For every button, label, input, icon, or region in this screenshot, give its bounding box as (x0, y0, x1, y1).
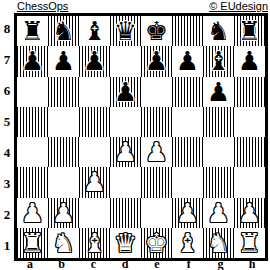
square-b3 (48, 167, 79, 197)
square-h6 (234, 77, 265, 107)
white-bishop: ♝ (176, 230, 199, 256)
file-label-h: h (236, 259, 268, 270)
black-knight: ♞ (207, 18, 230, 44)
square-a6 (17, 77, 48, 107)
square-e4: ♟ (141, 137, 172, 167)
square-d3 (110, 167, 141, 197)
square-h8: ♜ (234, 16, 265, 46)
black-pawn: ♟ (238, 48, 261, 74)
square-a4 (17, 137, 48, 167)
file-label-a: a (14, 259, 46, 270)
white-knight: ♞ (207, 230, 230, 256)
black-bishop: ♝ (83, 18, 106, 44)
square-d6: ♟ (110, 77, 141, 107)
rank-label-1: 1 (0, 230, 14, 261)
rank-label-2: 2 (0, 199, 14, 230)
rank-labels: 87654321 (0, 13, 14, 261)
square-f5 (172, 107, 203, 137)
square-g1: ♞ (203, 228, 234, 258)
square-h1: ♜ (234, 228, 265, 258)
black-pawn: ♟ (52, 48, 75, 74)
square-f3 (172, 167, 203, 197)
square-h5 (234, 107, 265, 137)
white-queen: ♛ (114, 230, 137, 256)
black-queen: ♛ (114, 18, 137, 44)
black-pawn: ♟ (114, 79, 137, 105)
rank-label-3: 3 (0, 168, 14, 199)
chess-board: ♜♞♝♛♚♞♜♟♟♟♟♟♝♟♟♟♟♟♟♟♟♟♟♟♜♞♝♛♚♝♞♜ (14, 13, 268, 261)
square-b1: ♞ (48, 228, 79, 258)
white-pawn: ♟ (145, 139, 168, 165)
rank-label-8: 8 (0, 13, 14, 44)
square-c5 (79, 107, 110, 137)
black-king: ♚ (145, 18, 168, 44)
square-b2: ♟ (48, 198, 79, 228)
square-f1: ♝ (172, 228, 203, 258)
eudesign-credit-link[interactable]: © EUdesign (209, 0, 268, 13)
square-a8: ♜ (17, 16, 48, 46)
square-e6 (141, 77, 172, 107)
square-c1: ♝ (79, 228, 110, 258)
square-g6: ♟ (203, 77, 234, 107)
black-bishop: ♝ (207, 48, 230, 74)
square-e3 (141, 167, 172, 197)
black-pawn: ♟ (145, 48, 168, 74)
white-pawn: ♟ (52, 200, 75, 226)
white-knight: ♞ (52, 230, 75, 256)
square-a3 (17, 167, 48, 197)
square-e1: ♚ (141, 228, 172, 258)
square-f8 (172, 16, 203, 46)
white-pawn: ♟ (176, 200, 199, 226)
white-bishop: ♝ (83, 230, 106, 256)
white-pawn: ♟ (21, 200, 44, 226)
file-label-d: d (109, 259, 141, 270)
black-pawn: ♟ (176, 48, 199, 74)
black-pawn: ♟ (83, 48, 106, 74)
square-h4 (234, 137, 265, 167)
black-rook: ♜ (21, 18, 44, 44)
white-king: ♚ (145, 230, 168, 256)
square-g2: ♟ (203, 198, 234, 228)
white-pawn: ♟ (207, 200, 230, 226)
square-h7: ♟ (234, 46, 265, 76)
square-d4: ♟ (110, 137, 141, 167)
square-e7: ♟ (141, 46, 172, 76)
square-a1: ♜ (17, 228, 48, 258)
square-g3 (203, 167, 234, 197)
square-f7: ♟ (172, 46, 203, 76)
file-label-f: f (173, 259, 205, 270)
square-f4 (172, 137, 203, 167)
square-c2 (79, 198, 110, 228)
file-label-b: b (46, 259, 78, 270)
square-g7: ♝ (203, 46, 234, 76)
square-c8: ♝ (79, 16, 110, 46)
rank-label-5: 5 (0, 106, 14, 137)
square-g8: ♞ (203, 16, 234, 46)
square-e8: ♚ (141, 16, 172, 46)
square-f6 (172, 77, 203, 107)
square-c4 (79, 137, 110, 167)
square-g5 (203, 107, 234, 137)
white-pawn: ♟ (238, 200, 261, 226)
file-label-c: c (78, 259, 110, 270)
black-pawn: ♟ (21, 48, 44, 74)
square-h3 (234, 167, 265, 197)
file-label-e: e (141, 259, 173, 270)
square-a7: ♟ (17, 46, 48, 76)
white-pawn: ♟ (83, 169, 106, 195)
black-rook: ♜ (238, 18, 261, 44)
square-a5 (17, 107, 48, 137)
square-g4 (203, 137, 234, 167)
square-d7 (110, 46, 141, 76)
square-c6 (79, 77, 110, 107)
chessops-diagram: ChessOps © EUdesign 87654321 ♜♞♝♛♚♞♜♟♟♟♟… (0, 0, 270, 270)
square-d2 (110, 198, 141, 228)
square-d5 (110, 107, 141, 137)
square-c3: ♟ (79, 167, 110, 197)
square-b8: ♞ (48, 16, 79, 46)
black-knight: ♞ (52, 18, 75, 44)
square-f2: ♟ (172, 198, 203, 228)
square-b4 (48, 137, 79, 167)
white-rook: ♜ (21, 230, 44, 256)
rank-label-7: 7 (0, 44, 14, 75)
square-b7: ♟ (48, 46, 79, 76)
square-e2 (141, 198, 172, 228)
white-rook: ♜ (238, 230, 261, 256)
square-d1: ♛ (110, 228, 141, 258)
rank-label-4: 4 (0, 137, 14, 168)
chessops-link[interactable]: ChessOps (17, 0, 68, 13)
file-labels: abcdefgh (14, 259, 268, 270)
white-pawn: ♟ (114, 139, 137, 165)
square-e5 (141, 107, 172, 137)
rank-label-6: 6 (0, 75, 14, 106)
square-h2: ♟ (234, 198, 265, 228)
square-b5 (48, 107, 79, 137)
square-c7: ♟ (79, 46, 110, 76)
black-pawn: ♟ (207, 79, 230, 105)
file-label-g: g (205, 259, 237, 270)
square-d8: ♛ (110, 16, 141, 46)
square-a2: ♟ (17, 198, 48, 228)
square-b6 (48, 77, 79, 107)
